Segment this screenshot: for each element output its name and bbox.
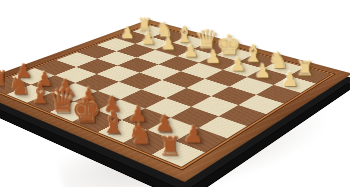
boxwood-pawn: ♟: [205, 48, 221, 66]
golden-rosewood-rook: ♜: [158, 134, 182, 161]
golden-rosewood-bishop: ♝: [99, 108, 126, 138]
boxwood-pawn: ♟: [254, 62, 271, 81]
golden-rosewood-knight: ♞: [8, 73, 31, 99]
boxwood-pawn: ♟: [182, 42, 198, 60]
chess-set-product-photo: ♜♞♝♛♚♝♞♜♟♟♟♟♟♟♟♟♟♟♟♟♟♟♟♟♜♞♝♛♚♝♞♜: [0, 0, 350, 187]
golden-rosewood-knight: ♞: [127, 120, 154, 150]
boxwood-pawn: ♟: [161, 36, 176, 53]
golden-rosewood-pawn: ♟: [183, 123, 204, 146]
boxwood-pawn: ♟: [140, 30, 155, 47]
boxwood-pawn: ♟: [281, 69, 299, 89]
boxwood-pawn: ♟: [120, 24, 135, 40]
golden-rosewood-king: ♚: [71, 93, 102, 128]
boxwood-pawn: ♟: [229, 55, 246, 74]
